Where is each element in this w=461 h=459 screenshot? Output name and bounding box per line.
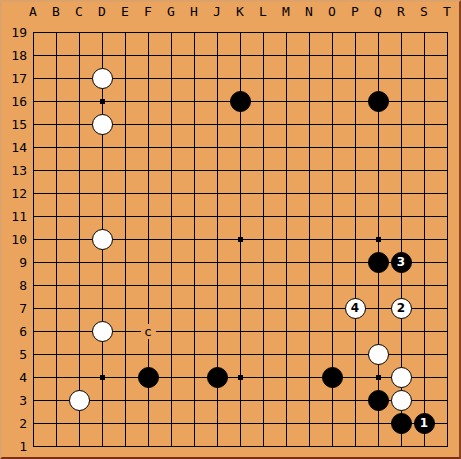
column-labels: ABCDEFGHJKLMNOPQRST: [22, 3, 459, 21]
col-label-S: S: [413, 3, 436, 21]
star-point-Q10: [376, 237, 381, 242]
col-label-P: P: [344, 3, 367, 21]
col-label-H: H: [183, 3, 206, 21]
black-stone-Q16: [368, 91, 389, 112]
col-label-F: F: [137, 3, 160, 21]
black-stone-J4: [207, 367, 228, 388]
col-label-G: G: [160, 3, 183, 21]
star-point-D16: [100, 99, 105, 104]
white-stone-P7: 4: [345, 298, 366, 319]
white-stone-D6: [92, 321, 113, 342]
black-stone-F4: [138, 367, 159, 388]
white-stone-Q5: [368, 344, 389, 365]
col-label-D: D: [91, 3, 114, 21]
col-label-T: T: [436, 3, 459, 21]
col-label-N: N: [298, 3, 321, 21]
col-label-R: R: [390, 3, 413, 21]
black-stone-K16: [230, 91, 251, 112]
col-label-M: M: [275, 3, 298, 21]
black-stone-R9: 3: [391, 252, 412, 273]
col-label-L: L: [252, 3, 275, 21]
star-point-K10: [238, 237, 243, 242]
star-point-K4: [238, 375, 243, 380]
col-label-J: J: [206, 3, 229, 21]
white-stone-R4: [391, 367, 412, 388]
white-stone-D15: [92, 114, 113, 135]
white-stone-R7: 2: [391, 298, 412, 319]
star-point-Q4: [376, 375, 381, 380]
white-stone-C3: [69, 390, 90, 411]
black-stone-Q9: [368, 252, 389, 273]
white-stone-D10: [92, 229, 113, 250]
black-stone-Q3: [368, 390, 389, 411]
col-label-Q: Q: [367, 3, 390, 21]
white-stone-D17: [92, 68, 113, 89]
col-label-E: E: [114, 3, 137, 21]
col-label-K: K: [229, 3, 252, 21]
board-grid: c3142: [22, 21, 459, 458]
black-stone-R2: [391, 413, 412, 434]
col-label-B: B: [45, 3, 68, 21]
col-label-C: C: [68, 3, 91, 21]
point-marker-F6: c: [141, 324, 156, 339]
star-point-D4: [100, 375, 105, 380]
white-stone-R3: [391, 390, 412, 411]
col-label-O: O: [321, 3, 344, 21]
go-board-diagram: ABCDEFGHJKLMNOPQRST 19181716151413121110…: [0, 0, 461, 459]
black-stone-S2: 1: [414, 413, 435, 434]
black-stone-O4: [322, 367, 343, 388]
col-label-A: A: [22, 3, 45, 21]
